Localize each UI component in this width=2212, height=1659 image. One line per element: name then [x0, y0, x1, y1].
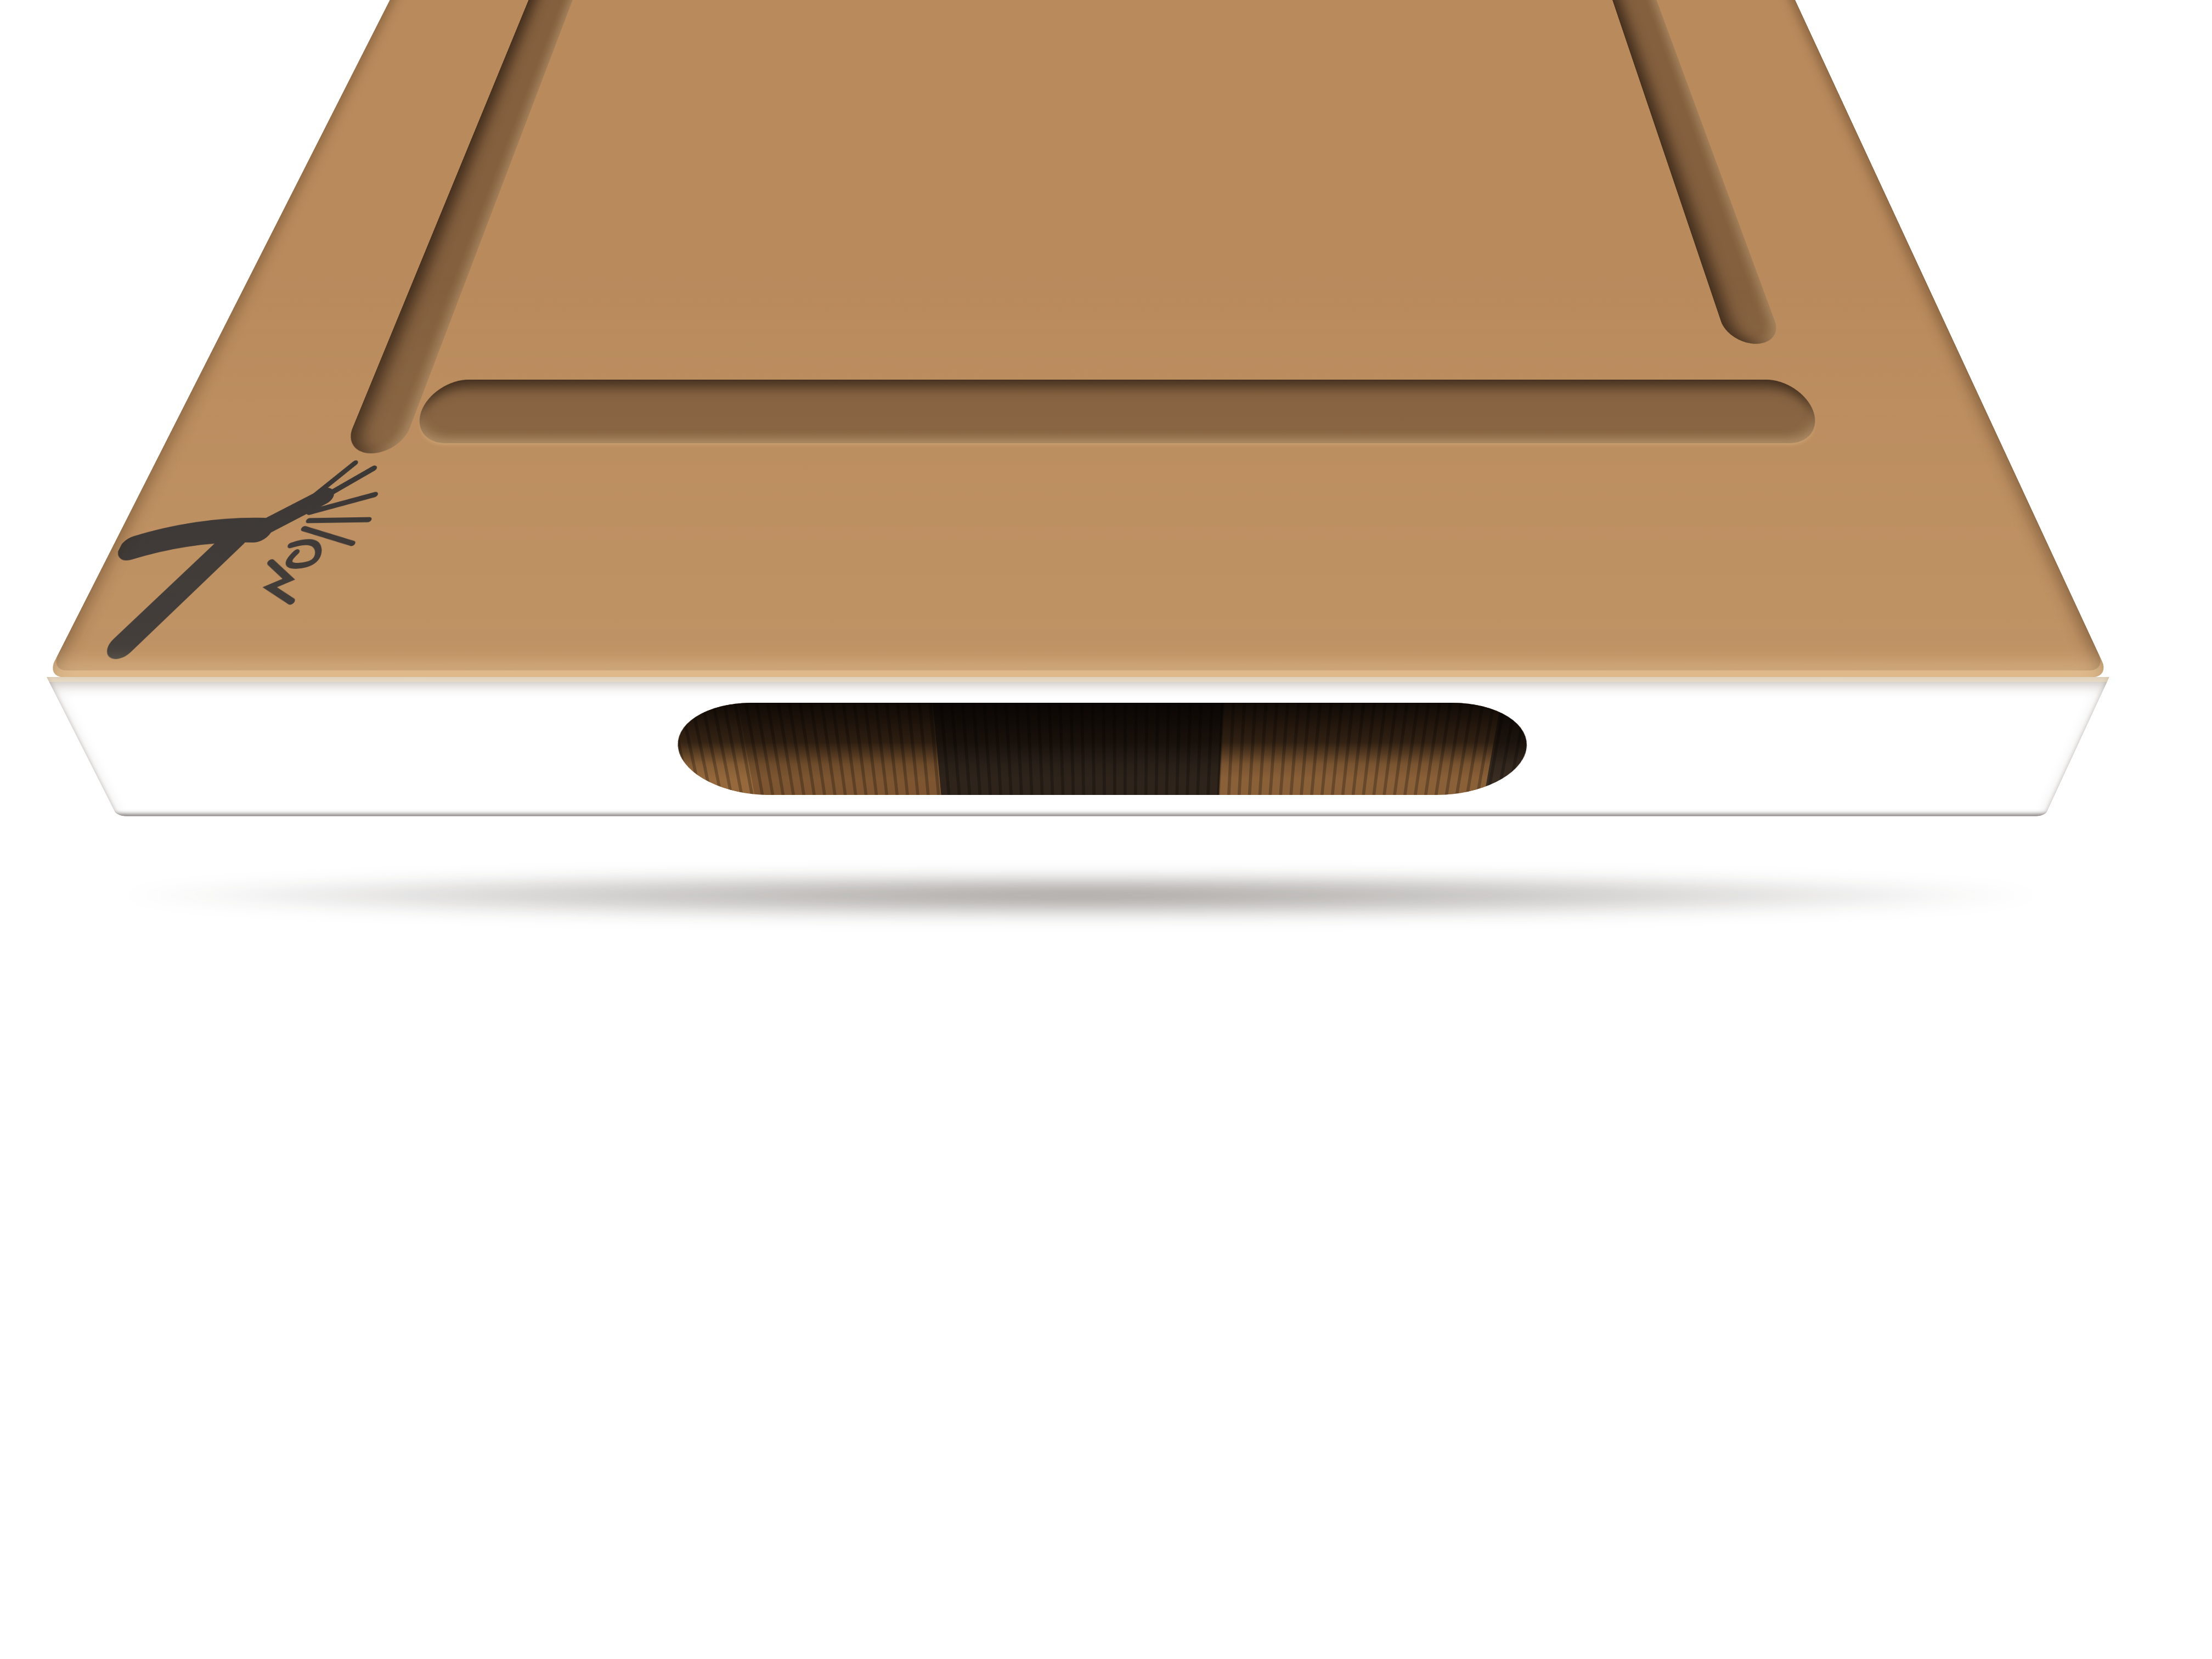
product-photo-scene: [0, 0, 2212, 1659]
board-contact-shadow: [115, 876, 2046, 925]
handle-cutout: [668, 703, 1536, 795]
cutting-board: [47, 0, 2109, 677]
board-top-face: [47, 0, 2109, 677]
board-front-face: [47, 677, 2109, 816]
handle-cutout-shadow: [668, 703, 1536, 795]
